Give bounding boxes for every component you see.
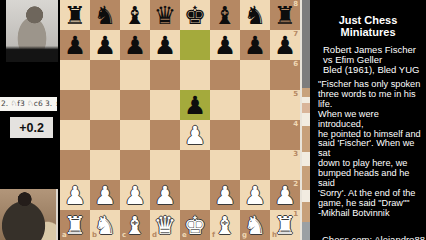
rank-label-7: 7 — [293, 31, 298, 38]
white-pawn-b2: ♟ — [90, 180, 120, 210]
square-c2[interactable]: ♟ — [120, 180, 150, 210]
channel-credits: Chess.com: Alejandro88 Lichess:JustChess… — [310, 235, 426, 240]
channel-title: Just Chess Miniatures — [310, 14, 426, 38]
square-h4[interactable]: 4 — [270, 120, 300, 150]
square-c7[interactable]: ♟ — [120, 30, 150, 60]
square-a6[interactable] — [60, 60, 90, 90]
square-f6[interactable] — [210, 60, 240, 90]
square-g6[interactable] — [240, 60, 270, 90]
square-g2[interactable]: ♟ — [240, 180, 270, 210]
square-h8[interactable]: ♜8 — [270, 0, 300, 30]
square-d5[interactable] — [150, 90, 180, 120]
square-a7[interactable]: ♟ — [60, 30, 90, 60]
square-h2[interactable]: ♟2 — [270, 180, 300, 210]
square-f2[interactable]: ♟ — [210, 180, 240, 210]
square-b7[interactable]: ♟ — [90, 30, 120, 60]
info-panel: Just Chess Miniatures Robert James Fisch… — [310, 0, 426, 240]
square-e3[interactable] — [180, 150, 210, 180]
square-c8[interactable]: ♝ — [120, 0, 150, 30]
square-a5[interactable] — [60, 90, 90, 120]
square-c5[interactable] — [120, 90, 150, 120]
black-pawn-e5: ♟ — [180, 90, 210, 120]
white-pawn-e4: ♟ — [180, 120, 210, 150]
bottom-player-photo — [0, 189, 56, 240]
engine-evaluation: +0.2 — [10, 117, 53, 138]
square-h5[interactable]: 5 — [270, 90, 300, 120]
white-pawn-f2: ♟ — [210, 180, 240, 210]
square-g1[interactable]: ♞g — [240, 210, 270, 240]
square-d2[interactable]: ♟ — [150, 180, 180, 210]
square-g3[interactable] — [240, 150, 270, 180]
black-knight-b8: ♞ — [90, 0, 120, 30]
square-h6[interactable]: 6 — [270, 60, 300, 90]
square-e5[interactable]: ♟ — [180, 90, 210, 120]
rank-label-6: 6 — [293, 61, 298, 68]
square-c1[interactable]: ♝c — [120, 210, 150, 240]
square-b4[interactable] — [90, 120, 120, 150]
square-d7[interactable]: ♟ — [150, 30, 180, 60]
white-pawn-g2: ♟ — [240, 180, 270, 210]
photo-divider — [56, 189, 58, 240]
chess-board: ♜♞♝♛♚♝♞♜8♟♟♟♟♟♟♟76♟5♟43♟♟♟♟♟♟♟2♜a♞b♝c♛d♚… — [60, 0, 300, 240]
black-knight-g8: ♞ — [240, 0, 270, 30]
square-f8[interactable]: ♝ — [210, 0, 240, 30]
rank-label-1: 1 — [293, 211, 298, 218]
rank-label-8: 8 — [293, 1, 298, 8]
file-label-a: a — [62, 232, 67, 239]
square-f5[interactable] — [210, 90, 240, 120]
black-pawn-f7: ♟ — [210, 30, 240, 60]
square-g4[interactable] — [240, 120, 270, 150]
black-pawn-g7: ♟ — [240, 30, 270, 60]
square-c3[interactable] — [120, 150, 150, 180]
square-e6[interactable] — [180, 60, 210, 90]
square-a3[interactable] — [60, 150, 90, 180]
square-c4[interactable] — [120, 120, 150, 150]
file-label-f: f — [212, 232, 215, 239]
black-bishop-f8: ♝ — [210, 0, 240, 30]
rank-label-2: 2 — [293, 181, 298, 188]
square-b1[interactable]: ♞b — [90, 210, 120, 240]
square-h3[interactable]: 3 — [270, 150, 300, 180]
file-label-h: h — [272, 232, 277, 239]
square-e2[interactable] — [180, 180, 210, 210]
rank-label-4: 4 — [293, 121, 298, 128]
square-b8[interactable]: ♞ — [90, 0, 120, 30]
square-d6[interactable] — [150, 60, 180, 90]
file-label-b: b — [92, 232, 97, 239]
file-label-d: d — [152, 232, 157, 239]
square-e7[interactable] — [180, 30, 210, 60]
black-king-e8: ♚ — [180, 0, 210, 30]
black-pawn-b7: ♟ — [90, 30, 120, 60]
square-c6[interactable] — [120, 60, 150, 90]
square-f4[interactable] — [210, 120, 240, 150]
white-pawn-d2: ♟ — [150, 180, 180, 210]
left-sidebar: 2. ♘f3 ♘c6 3. ♗ +0.2 — [0, 0, 60, 240]
black-pawn-a7: ♟ — [60, 30, 90, 60]
botvinnik-quote: "Fischer has only spoken three words to … — [310, 80, 426, 219]
black-pawn-c7: ♟ — [120, 30, 150, 60]
square-f3[interactable] — [210, 150, 240, 180]
file-label-c: c — [122, 232, 126, 239]
square-b2[interactable]: ♟ — [90, 180, 120, 210]
square-f1[interactable]: ♝f — [210, 210, 240, 240]
square-d1[interactable]: ♛d — [150, 210, 180, 240]
side-sliver — [300, 0, 310, 240]
square-g7[interactable]: ♟ — [240, 30, 270, 60]
rank-label-3: 3 — [293, 151, 298, 158]
video-frame: 2. ♘f3 ♘c6 3. ♗ +0.2 ♜♞♝♛♚♝♞♜8♟♟♟♟♟♟♟76♟… — [0, 0, 426, 240]
top-player-photo — [6, 0, 58, 62]
file-label-g: g — [242, 232, 247, 239]
white-pawn-c2: ♟ — [120, 180, 150, 210]
square-h1[interactable]: ♜1h — [270, 210, 300, 240]
square-b3[interactable] — [90, 150, 120, 180]
white-pawn-a2: ♟ — [60, 180, 90, 210]
file-label-e: e — [182, 232, 187, 239]
square-e8[interactable]: ♚ — [180, 0, 210, 30]
square-a8[interactable]: ♜ — [60, 0, 90, 30]
square-b6[interactable] — [90, 60, 120, 90]
square-d3[interactable] — [150, 150, 180, 180]
black-bishop-c8: ♝ — [120, 0, 150, 30]
square-a2[interactable]: ♟ — [60, 180, 90, 210]
square-g8[interactable]: ♞ — [240, 0, 270, 30]
square-h7[interactable]: ♟7 — [270, 30, 300, 60]
square-d8[interactable]: ♛ — [150, 0, 180, 30]
square-e4[interactable]: ♟ — [180, 120, 210, 150]
black-pawn-d7: ♟ — [150, 30, 180, 60]
square-a4[interactable] — [60, 120, 90, 150]
square-g5[interactable] — [240, 90, 270, 120]
game-header: Robert James Fischer vs Efim Geller Bled… — [310, 45, 426, 75]
square-f7[interactable]: ♟ — [210, 30, 240, 60]
square-d4[interactable] — [150, 120, 180, 150]
move-ticker: 2. ♘f3 ♘c6 3. ♗ — [0, 97, 57, 111]
black-queen-d8: ♛ — [150, 0, 180, 30]
square-a1[interactable]: ♜a — [60, 210, 90, 240]
square-b5[interactable] — [90, 90, 120, 120]
square-e1[interactable]: ♚e — [180, 210, 210, 240]
rank-label-5: 5 — [293, 91, 298, 98]
black-rook-a8: ♜ — [60, 0, 90, 30]
